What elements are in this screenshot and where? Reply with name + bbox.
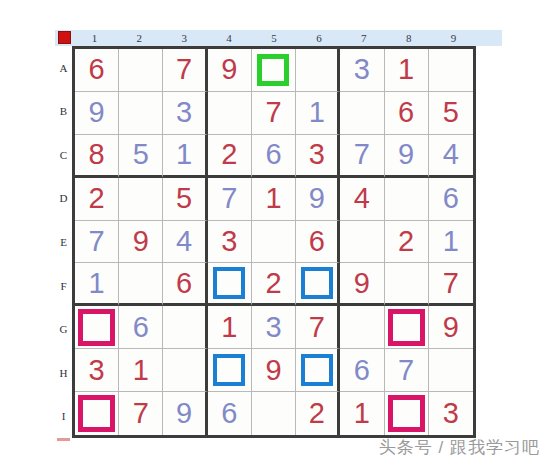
cell-C6[interactable]: 3 — [296, 135, 340, 178]
cell-E3[interactable]: 4 — [163, 221, 207, 264]
cell-C9[interactable]: 4 — [429, 135, 473, 178]
cell-H5[interactable]: 9 — [252, 349, 296, 392]
highlight-blue-box — [301, 354, 333, 386]
cell-G8[interactable] — [385, 306, 429, 349]
given-digit: 1 — [398, 55, 414, 84]
solved-digit: 1 — [89, 269, 105, 298]
cell-C3[interactable]: 1 — [163, 135, 207, 178]
cell-D7[interactable]: 4 — [340, 178, 384, 221]
highlight-pink-box — [388, 309, 425, 346]
cell-I7[interactable]: 1 — [340, 392, 384, 435]
cell-H3[interactable] — [163, 349, 207, 392]
cell-A2[interactable] — [119, 49, 163, 92]
corner-select-marker[interactable] — [58, 31, 71, 44]
cell-I2[interactable]: 7 — [119, 392, 163, 435]
given-digit: 1 — [265, 184, 281, 213]
cell-B6[interactable]: 1 — [296, 92, 340, 135]
cell-C4[interactable]: 2 — [208, 135, 252, 178]
highlight-pink-box — [78, 309, 115, 346]
cell-G9[interactable]: 9 — [429, 306, 473, 349]
solved-digit: 3 — [265, 313, 281, 342]
given-digit: 1 — [221, 313, 237, 342]
cell-B4[interactable] — [208, 92, 252, 135]
given-digit: 7 — [133, 399, 149, 428]
solved-digit: 4 — [443, 140, 459, 169]
row-label-A: A — [55, 46, 72, 90]
cell-B3[interactable]: 3 — [163, 92, 207, 135]
given-digit: 2 — [89, 184, 105, 213]
cell-H4[interactable] — [208, 349, 252, 392]
cell-C1[interactable]: 8 — [75, 135, 119, 178]
cell-D8[interactable] — [385, 178, 429, 221]
solved-digit: 1 — [176, 140, 192, 169]
given-digit: 2 — [309, 399, 325, 428]
given-digit: 9 — [354, 269, 370, 298]
solved-digit: 7 — [221, 184, 237, 213]
cell-G5[interactable]: 3 — [252, 306, 296, 349]
solved-digit: 6 — [265, 140, 281, 169]
col-header-4: 4 — [207, 30, 252, 46]
highlight-blue-box — [213, 267, 245, 299]
cell-A3[interactable]: 7 — [163, 49, 207, 92]
cell-D4[interactable]: 7 — [208, 178, 252, 221]
col-header-5: 5 — [252, 30, 297, 46]
given-digit: 4 — [354, 184, 370, 213]
cell-E4[interactable]: 3 — [208, 221, 252, 264]
cell-F1[interactable]: 1 — [75, 263, 119, 306]
cell-B2[interactable] — [119, 92, 163, 135]
row-label-G: G — [55, 307, 72, 351]
given-digit: 3 — [89, 356, 105, 385]
solved-digit: 3 — [176, 98, 192, 127]
cell-I3[interactable]: 9 — [163, 392, 207, 435]
cell-D5[interactable]: 1 — [252, 178, 296, 221]
col-header-1: 1 — [72, 30, 117, 46]
cell-F3[interactable]: 6 — [163, 263, 207, 306]
cell-A9[interactable] — [429, 49, 473, 92]
col-header-2: 2 — [117, 30, 162, 46]
solved-digit: 1 — [443, 227, 459, 256]
given-digit: 6 — [309, 227, 325, 256]
cell-F7[interactable]: 9 — [340, 263, 384, 306]
cell-H8[interactable]: 7 — [385, 349, 429, 392]
given-digit: 2 — [265, 269, 281, 298]
given-digit: 7 — [309, 313, 325, 342]
cell-D9[interactable]: 6 — [429, 178, 473, 221]
cell-C2[interactable]: 5 — [119, 135, 163, 178]
cell-G1[interactable] — [75, 306, 119, 349]
cell-I6[interactable]: 2 — [296, 392, 340, 435]
cell-G6[interactable]: 7 — [296, 306, 340, 349]
cell-F8[interactable] — [385, 263, 429, 306]
row-labels: ABCDEFGHI — [55, 46, 72, 438]
row-label-H: H — [55, 351, 72, 395]
cell-I5[interactable] — [252, 392, 296, 435]
given-digit: 1 — [133, 356, 149, 385]
cell-B8[interactable]: 6 — [385, 92, 429, 135]
cell-E6[interactable]: 6 — [296, 221, 340, 264]
solved-digit: 6 — [443, 184, 459, 213]
given-digit: 6 — [89, 55, 105, 84]
given-digit: 3 — [221, 227, 237, 256]
highlight-green-box — [257, 54, 289, 86]
cell-A4[interactable]: 9 — [208, 49, 252, 92]
cell-E9[interactable]: 1 — [429, 221, 473, 264]
cell-A1[interactable]: 6 — [75, 49, 119, 92]
given-digit: 1 — [354, 399, 370, 428]
cell-B9[interactable]: 5 — [429, 92, 473, 135]
given-digit: 2 — [221, 140, 237, 169]
column-headers: 123456789 — [72, 30, 476, 46]
cell-H1[interactable]: 3 — [75, 349, 119, 392]
cell-D1[interactable]: 2 — [75, 178, 119, 221]
cell-H6[interactable] — [296, 349, 340, 392]
cell-E7[interactable] — [340, 221, 384, 264]
solved-digit: 6 — [354, 356, 370, 385]
solved-digit: 7 — [354, 140, 370, 169]
cell-I9[interactable]: 3 — [429, 392, 473, 435]
cell-E2[interactable]: 9 — [119, 221, 163, 264]
cell-G3[interactable] — [163, 306, 207, 349]
cell-H2[interactable]: 1 — [119, 349, 163, 392]
cell-B7[interactable] — [340, 92, 384, 135]
highlight-pink-box — [388, 395, 425, 432]
given-digit: 3 — [309, 140, 325, 169]
row-label-E: E — [55, 220, 72, 264]
row-label-I: I — [55, 394, 72, 438]
cell-I4[interactable]: 6 — [208, 392, 252, 435]
row-label-F: F — [55, 264, 72, 308]
bottom-left-tick — [57, 438, 70, 441]
solved-digit: 6 — [221, 399, 237, 428]
cell-C7[interactable]: 7 — [340, 135, 384, 178]
cell-A8[interactable]: 1 — [385, 49, 429, 92]
cell-C5[interactable]: 6 — [252, 135, 296, 178]
given-digit: 9 — [133, 227, 149, 256]
cell-E1[interactable]: 7 — [75, 221, 119, 264]
row-label-B: B — [55, 90, 72, 134]
row-label-D: D — [55, 177, 72, 221]
cell-D3[interactable]: 5 — [163, 178, 207, 221]
highlight-blue-box — [213, 354, 245, 386]
solved-digit: 4 — [176, 227, 192, 256]
cell-A7[interactable]: 3 — [340, 49, 384, 92]
cell-F4[interactable] — [208, 263, 252, 306]
given-digit: 2 — [398, 227, 414, 256]
given-digit: 8 — [89, 140, 105, 169]
given-digit: 5 — [176, 184, 192, 213]
cell-F9[interactable]: 7 — [429, 263, 473, 306]
cell-E5[interactable] — [252, 221, 296, 264]
cell-H7[interactable]: 6 — [340, 349, 384, 392]
given-digit: 9 — [443, 313, 459, 342]
cell-D6[interactable]: 9 — [296, 178, 340, 221]
cell-G2[interactable]: 6 — [119, 306, 163, 349]
cell-I8[interactable] — [385, 392, 429, 435]
watermark: 头条号 / 跟我学习吧 — [379, 436, 540, 459]
solved-digit: 5 — [133, 140, 149, 169]
cell-B1[interactable]: 9 — [75, 92, 119, 135]
cell-D2[interactable] — [119, 178, 163, 221]
col-header-3: 3 — [162, 30, 207, 46]
highlight-pink-box — [78, 395, 115, 432]
cell-F5[interactable]: 2 — [252, 263, 296, 306]
col-header-7: 7 — [341, 30, 386, 46]
cell-F6[interactable] — [296, 263, 340, 306]
cell-G7[interactable] — [340, 306, 384, 349]
solved-digit: 9 — [398, 140, 414, 169]
solved-digit: 9 — [176, 399, 192, 428]
cell-I1[interactable] — [75, 392, 119, 435]
given-digit: 7 — [265, 98, 281, 127]
given-digit: 9 — [221, 55, 237, 84]
given-digit: 9 — [265, 356, 281, 385]
solved-digit: 9 — [309, 184, 325, 213]
given-digit: 7 — [176, 55, 192, 84]
highlight-blue-box — [301, 267, 333, 299]
solved-digit: 1 — [309, 98, 325, 127]
solved-digit: 7 — [89, 227, 105, 256]
given-digit: 3 — [443, 399, 459, 428]
solved-digit: 6 — [133, 313, 149, 342]
given-digit: 5 — [443, 98, 459, 127]
cell-A5[interactable] — [252, 49, 296, 92]
col-header-6: 6 — [296, 30, 341, 46]
given-digit: 6 — [176, 269, 192, 298]
given-digit: 7 — [443, 269, 459, 298]
col-header-8: 8 — [386, 30, 431, 46]
cell-A6[interactable] — [296, 49, 340, 92]
solved-digit: 3 — [354, 55, 370, 84]
solved-digit: 9 — [89, 98, 105, 127]
cell-E8[interactable]: 2 — [385, 221, 429, 264]
sudoku-grid: 6793193716585126379425719467943621162976… — [72, 46, 476, 438]
cell-H9[interactable] — [429, 349, 473, 392]
solved-digit: 7 — [398, 356, 414, 385]
cell-B5[interactable]: 7 — [252, 92, 296, 135]
given-digit: 6 — [398, 98, 414, 127]
row-label-C: C — [55, 133, 72, 177]
cell-C8[interactable]: 9 — [385, 135, 429, 178]
col-header-9: 9 — [431, 30, 476, 46]
cell-F2[interactable] — [119, 263, 163, 306]
cell-G4[interactable]: 1 — [208, 306, 252, 349]
